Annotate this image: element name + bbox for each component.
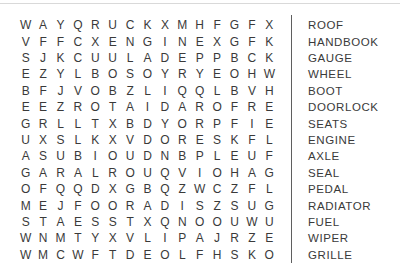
grid-cell-r9c9: N	[156, 148, 173, 164]
grid-cell-r7c4: L	[69, 115, 86, 131]
grid-cell-r8c9: O	[156, 132, 173, 148]
grid-cell-r4c1: E	[17, 66, 34, 82]
word-list-item-pedal: PEDAL	[308, 181, 398, 197]
grid-cell-r1c9: X	[156, 17, 173, 33]
grid-cell-r4c5: B	[87, 66, 104, 82]
word-list-item-seats: SEATS	[308, 115, 398, 131]
grid-cell-r12c3: J	[52, 197, 69, 213]
grid-cell-r15c2: M	[34, 247, 51, 263]
grid-cell-r11c4: Q	[69, 181, 86, 197]
grid-cell-r14c8: L	[139, 230, 156, 246]
word-list-item-engine: ENGINE	[308, 132, 398, 148]
grid-cell-r13c3: A	[52, 214, 69, 230]
grid-cell-r11c10: Z	[174, 181, 191, 197]
grid-cell-r8c6: X	[104, 132, 121, 148]
grid-cell-r6c5: O	[87, 99, 104, 115]
grid-cell-r8c12: S	[208, 132, 225, 148]
grid-cell-r15c10: L	[174, 247, 191, 263]
grid-cell-r9c15: F	[261, 148, 278, 164]
grid-cell-r9c8: D	[139, 148, 156, 164]
grid-cell-r11c5: D	[87, 181, 104, 197]
word-list: ROOFHANDBOOKGAUGEWHEELBOOTDOORLOCKSEATSE…	[308, 17, 398, 263]
word-list-item-radiator: RADIATOR	[308, 197, 398, 213]
grid-cell-r15c6: T	[104, 247, 121, 263]
grid-cell-r12c7: R	[121, 197, 138, 213]
grid-cell-r3c13: B	[226, 50, 243, 66]
grid-cell-r12c10: I	[174, 197, 191, 213]
grid-cell-r8c7: V	[121, 132, 138, 148]
grid-cell-r3c9: D	[156, 50, 173, 66]
grid-cell-r14c7: V	[121, 230, 138, 246]
grid-cell-r8c2: X	[34, 132, 51, 148]
grid-cell-r15c13: S	[226, 247, 243, 263]
grid-cell-r15c11: F	[191, 247, 208, 263]
grid-cell-r6c9: D	[156, 99, 173, 115]
grid-cell-r10c7: O	[121, 165, 138, 181]
grid-cell-r7c1: G	[17, 115, 34, 131]
grid-cell-r2c14: F	[243, 33, 260, 49]
grid-cell-r15c5: F	[87, 247, 104, 263]
word-list-item-gauge: GAUGE	[308, 50, 398, 66]
grid-cell-r10c6: R	[104, 165, 121, 181]
grid-cell-r1c1: W	[17, 17, 34, 33]
grid-cell-r1c5: R	[87, 17, 104, 33]
grid-cell-r1c13: G	[226, 17, 243, 33]
grid-cell-r8c8: D	[139, 132, 156, 148]
grid-cell-r13c2: T	[34, 214, 51, 230]
grid-cell-r2c3: F	[52, 33, 69, 49]
grid-cell-r8c10: R	[174, 132, 191, 148]
grid-cell-r13c12: O	[208, 214, 225, 230]
grid-cell-r10c13: H	[226, 165, 243, 181]
grid-cell-r5c15: H	[261, 83, 278, 99]
grid-cell-r8c4: L	[69, 132, 86, 148]
grid-cell-r5c11: Q	[191, 83, 208, 99]
grid-cell-r1c6: U	[104, 17, 121, 33]
grid-cell-r11c8: B	[139, 181, 156, 197]
grid-cell-r5c9: I	[156, 83, 173, 99]
grid-cell-r3c7: L	[121, 50, 138, 66]
grid-cell-r4c8: O	[139, 66, 156, 82]
grid-cell-r10c9: Q	[156, 165, 173, 181]
grid-cell-r9c2: S	[34, 148, 51, 164]
grid-cell-r15c15: O	[261, 247, 278, 263]
grid-cell-r9c7: U	[121, 148, 138, 164]
top-divider-line	[0, 3, 400, 4]
grid-cell-r12c6: O	[104, 197, 121, 213]
grid-cell-r11c14: F	[243, 181, 260, 197]
grid-cell-r3c4: C	[69, 50, 86, 66]
grid-cell-r10c3: R	[52, 165, 69, 181]
grid-cell-r10c15: G	[261, 165, 278, 181]
grid-cell-r6c7: A	[121, 99, 138, 115]
grid-cell-r7c13: F	[226, 115, 243, 131]
grid-cell-r2c8: G	[139, 33, 156, 49]
grid-cell-r11c2: F	[34, 181, 51, 197]
grid-cell-r4c13: O	[226, 66, 243, 82]
word-list-item-doorlock: DOORLOCK	[308, 99, 398, 115]
grid-cell-r10c4: A	[69, 165, 86, 181]
grid-cell-r11c13: Z	[226, 181, 243, 197]
grid-cell-r15c7: D	[121, 247, 138, 263]
grid-cell-r7c12: P	[208, 115, 225, 131]
grid-cell-r12c11: S	[191, 197, 208, 213]
grid-cell-r12c8: A	[139, 197, 156, 213]
grid-cell-r3c14: C	[243, 50, 260, 66]
grid-cell-r1c12: F	[208, 17, 225, 33]
word-search-worksheet: WAYQRUCKXMHFGFXVFFCXENGINEXGFKSJKCUULADE…	[0, 0, 400, 263]
grid-cell-r8c15: L	[261, 132, 278, 148]
grid-cell-r13c4: E	[69, 214, 86, 230]
grid-cell-r12c1: M	[17, 197, 34, 213]
grid-cell-r7c2: R	[34, 115, 51, 131]
grid-cell-r13c1: S	[17, 214, 34, 230]
grid-cell-r12c14: U	[243, 197, 260, 213]
grid-cell-r5c8: L	[139, 83, 156, 99]
grid-cell-r9c1: A	[17, 148, 34, 164]
grid-cell-r3c11: P	[191, 50, 208, 66]
grid-cell-r10c14: A	[243, 165, 260, 181]
grid-cell-r14c5: Y	[87, 230, 104, 246]
grid-cell-r5c2: F	[34, 83, 51, 99]
grid-cell-r1c15: X	[261, 17, 278, 33]
grid-cell-r13c14: W	[243, 214, 260, 230]
grid-cell-r7c9: Y	[156, 115, 173, 131]
grid-cell-r2c9: I	[156, 33, 173, 49]
grid-cell-r9c13: E	[226, 148, 243, 164]
grid-cell-r7c10: O	[174, 115, 191, 131]
grid-cell-r13c8: X	[139, 214, 156, 230]
grid-cell-r13c11: O	[191, 214, 208, 230]
grid-cell-r2c15: K	[261, 33, 278, 49]
grid-cell-r7c5: T	[87, 115, 104, 131]
grid-cell-r13c5: S	[87, 214, 104, 230]
grid-cell-r9c5: I	[87, 148, 104, 164]
grid-cell-r5c5: O	[87, 83, 104, 99]
grid-cell-r5c10: Q	[174, 83, 191, 99]
grid-cell-r4c12: E	[208, 66, 225, 82]
grid-cell-r11c3: Q	[52, 181, 69, 197]
grid-cell-r14c13: R	[226, 230, 243, 246]
grid-cell-r2c13: G	[226, 33, 243, 49]
grid-cell-r11c12: C	[208, 181, 225, 197]
grid-cell-r15c8: E	[139, 247, 156, 263]
grid-cell-r4c14: H	[243, 66, 260, 82]
grid-cell-r1c3: Y	[52, 17, 69, 33]
grid-cell-r3c8: A	[139, 50, 156, 66]
grid-cell-r10c1: G	[17, 165, 34, 181]
word-list-item-seal: SEAL	[308, 165, 398, 181]
grid-cell-r14c12: J	[208, 230, 225, 246]
grid-cell-r11c7: G	[121, 181, 138, 197]
grid-cell-r1c10: M	[174, 17, 191, 33]
grid-cell-r13c13: U	[226, 214, 243, 230]
grid-cell-r9c10: B	[174, 148, 191, 164]
grid-cell-r5c6: B	[104, 83, 121, 99]
grid-cell-r13c15: U	[261, 214, 278, 230]
grid-cell-r9c4: B	[69, 148, 86, 164]
word-list-item-boot: BOOT	[308, 83, 398, 99]
grid-cell-r2c10: N	[174, 33, 191, 49]
grid-cell-r4c9: Y	[156, 66, 173, 82]
grid-cell-r14c9: I	[156, 230, 173, 246]
grid-cell-r2c1: V	[17, 33, 34, 49]
grid-cell-r10c8: U	[139, 165, 156, 181]
grid-cell-r2c2: F	[34, 33, 51, 49]
grid-cell-r14c3: M	[52, 230, 69, 246]
grid-cell-r14c10: P	[174, 230, 191, 246]
grid-cell-r3c12: P	[208, 50, 225, 66]
grid-cell-r13c9: Q	[156, 214, 173, 230]
grid-cell-r4c10: R	[174, 66, 191, 82]
grid-cell-r6c8: I	[139, 99, 156, 115]
grid-cell-r4c11: Y	[191, 66, 208, 82]
grid-cell-r4c2: Z	[34, 66, 51, 82]
word-list-item-grille: GRILLE	[308, 247, 398, 263]
grid-cell-r3c6: U	[104, 50, 121, 66]
grid-cell-r4c6: O	[104, 66, 121, 82]
grid-cell-r12c4: F	[69, 197, 86, 213]
grid-cell-r12c9: D	[156, 197, 173, 213]
grid-cell-r12c5: O	[87, 197, 104, 213]
grid-cell-r4c4: L	[69, 66, 86, 82]
word-list-item-handbook: HANDBOOK	[308, 33, 398, 49]
grid-cell-r3c5: U	[87, 50, 104, 66]
grid-cell-r11c9: Q	[156, 181, 173, 197]
grid-cell-r13c6: S	[104, 214, 121, 230]
word-list-item-axle: AXLE	[308, 148, 398, 164]
grid-cell-r7c11: R	[191, 115, 208, 131]
grid-cell-r2c11: E	[191, 33, 208, 49]
grid-cell-r14c4: T	[69, 230, 86, 246]
grid-cell-r11c1: O	[17, 181, 34, 197]
grid-cell-r1c8: K	[139, 17, 156, 33]
grid-cell-r2c7: N	[121, 33, 138, 49]
grid-cell-r12c15: G	[261, 197, 278, 213]
grid-cell-r10c5: L	[87, 165, 104, 181]
grid-cell-r3c2: J	[34, 50, 51, 66]
grid-cell-r13c7: T	[121, 214, 138, 230]
grid-cell-r6c12: O	[208, 99, 225, 115]
grid-cell-r3c3: K	[52, 50, 69, 66]
grid-cell-r8c11: E	[191, 132, 208, 148]
word-list-item-wheel: WHEEL	[308, 66, 398, 82]
grid-cell-r6c10: A	[174, 99, 191, 115]
letter-grid: WAYQRUCKXMHFGFXVFFCXENGINEXGFKSJKCUULADE…	[17, 17, 278, 263]
grid-cell-r10c11: I	[191, 165, 208, 181]
grid-cell-r6c13: F	[226, 99, 243, 115]
word-list-item-roof: ROOF	[308, 17, 398, 33]
grid-cell-r3c10: E	[174, 50, 191, 66]
grid-cell-r13c10: N	[174, 214, 191, 230]
grid-cell-r8c14: F	[243, 132, 260, 148]
grid-cell-r15c1: W	[17, 247, 34, 263]
grid-cell-r6c3: Z	[52, 99, 69, 115]
grid-cell-r6c15: E	[261, 99, 278, 115]
grid-cell-r10c12: O	[208, 165, 225, 181]
grid-cell-r6c1: E	[17, 99, 34, 115]
grid-cell-r15c9: O	[156, 247, 173, 263]
grid-cell-r6c14: R	[243, 99, 260, 115]
grid-cell-r15c3: C	[52, 247, 69, 263]
grid-cell-r5c14: V	[243, 83, 260, 99]
grid-cell-r1c4: Q	[69, 17, 86, 33]
grid-cell-r2c12: X	[208, 33, 225, 49]
grid-cell-r7c14: I	[243, 115, 260, 131]
grid-cell-r15c4: W	[69, 247, 86, 263]
grid-cell-r2c4: C	[69, 33, 86, 49]
grid-cell-r1c14: F	[243, 17, 260, 33]
grid-cell-r9c6: O	[104, 148, 121, 164]
word-list-divider-line	[291, 15, 292, 263]
grid-cell-r2c5: X	[87, 33, 104, 49]
grid-cell-r6c2: E	[34, 99, 51, 115]
grid-cell-r5c3: J	[52, 83, 69, 99]
grid-cell-r9c14: U	[243, 148, 260, 164]
grid-cell-r11c15: L	[261, 181, 278, 197]
grid-cell-r5c13: B	[226, 83, 243, 99]
grid-cell-r7c6: X	[104, 115, 121, 131]
grid-cell-r7c15: E	[261, 115, 278, 131]
grid-cell-r14c14: Z	[243, 230, 260, 246]
grid-cell-r8c13: K	[226, 132, 243, 148]
grid-cell-r5c12: L	[208, 83, 225, 99]
grid-cell-r14c1: W	[17, 230, 34, 246]
grid-cell-r7c3: L	[52, 115, 69, 131]
grid-cell-r1c2: A	[34, 17, 51, 33]
grid-cell-r6c4: R	[69, 99, 86, 115]
grid-cell-r14c11: A	[191, 230, 208, 246]
grid-cell-r15c12: H	[208, 247, 225, 263]
grid-cell-r7c7: B	[121, 115, 138, 131]
grid-cell-r3c15: K	[261, 50, 278, 66]
grid-cell-r5c7: Z	[121, 83, 138, 99]
grid-cell-r3c1: S	[17, 50, 34, 66]
grid-cell-r6c11: R	[191, 99, 208, 115]
grid-cell-r1c7: C	[121, 17, 138, 33]
grid-cell-r7c8: D	[139, 115, 156, 131]
grid-cell-r5c1: B	[17, 83, 34, 99]
grid-cell-r12c13: S	[226, 197, 243, 213]
grid-cell-r8c1: U	[17, 132, 34, 148]
grid-cell-r14c15: E	[261, 230, 278, 246]
grid-cell-r10c2: A	[34, 165, 51, 181]
grid-cell-r5c4: V	[69, 83, 86, 99]
grid-cell-r12c12: Z	[208, 197, 225, 213]
grid-cell-r6c6: T	[104, 99, 121, 115]
grid-cell-r2c6: E	[104, 33, 121, 49]
grid-cell-r1c11: H	[191, 17, 208, 33]
grid-cell-r12c2: E	[34, 197, 51, 213]
grid-cell-r4c15: W	[261, 66, 278, 82]
grid-cell-r11c11: W	[191, 181, 208, 197]
grid-cell-r14c6: X	[104, 230, 121, 246]
grid-cell-r11c6: X	[104, 181, 121, 197]
grid-cell-r14c2: N	[34, 230, 51, 246]
grid-cell-r8c3: S	[52, 132, 69, 148]
grid-cell-r4c7: S	[121, 66, 138, 82]
word-list-item-fuel: FUEL	[308, 214, 398, 230]
grid-cell-r10c10: V	[174, 165, 191, 181]
grid-cell-r9c12: L	[208, 148, 225, 164]
grid-cell-r15c14: K	[243, 247, 260, 263]
word-list-item-wiper: WIPER	[308, 230, 398, 246]
grid-cell-r9c3: U	[52, 148, 69, 164]
grid-cell-r8c5: K	[87, 132, 104, 148]
grid-cell-r4c3: Y	[52, 66, 69, 82]
grid-cell-r9c11: P	[191, 148, 208, 164]
